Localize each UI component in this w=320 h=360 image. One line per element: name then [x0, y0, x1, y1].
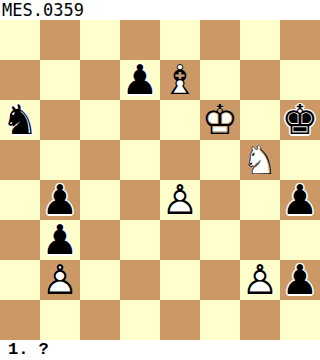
- white-bishop: ♗: [160, 60, 200, 100]
- black-king: ♚: [280, 100, 320, 140]
- square-e1[interactable]: [160, 300, 200, 340]
- square-e8[interactable]: [160, 20, 200, 60]
- square-b6[interactable]: [40, 100, 80, 140]
- square-d8[interactable]: [120, 20, 160, 60]
- square-a7[interactable]: [0, 60, 40, 100]
- black-knight: ♞: [0, 100, 40, 140]
- black-pawn: ♟: [120, 60, 160, 100]
- square-e5[interactable]: [160, 140, 200, 180]
- chess-board: ♟♝♗♞♚♔♚♞♘♟♟♙♟♟♟♙♟♙♟: [0, 20, 320, 340]
- square-d2[interactable]: [120, 260, 160, 300]
- square-c1[interactable]: [80, 300, 120, 340]
- black-pawn: ♟: [280, 260, 320, 300]
- square-f7[interactable]: [200, 60, 240, 100]
- square-c2[interactable]: [80, 260, 120, 300]
- square-a3[interactable]: [0, 220, 40, 260]
- square-c7[interactable]: [80, 60, 120, 100]
- square-d5[interactable]: [120, 140, 160, 180]
- square-f8[interactable]: [200, 20, 240, 60]
- square-b3[interactable]: ♟: [40, 220, 80, 260]
- square-h6[interactable]: ♚: [280, 100, 320, 140]
- black-pawn: ♟: [40, 220, 80, 260]
- square-g8[interactable]: [240, 20, 280, 60]
- square-g4[interactable]: [240, 180, 280, 220]
- square-h8[interactable]: [280, 20, 320, 60]
- square-e2[interactable]: [160, 260, 200, 300]
- black-pawn: ♟: [280, 180, 320, 220]
- square-b5[interactable]: [40, 140, 80, 180]
- square-f6[interactable]: ♚♔: [200, 100, 240, 140]
- square-f2[interactable]: [200, 260, 240, 300]
- square-b7[interactable]: [40, 60, 80, 100]
- square-c4[interactable]: [80, 180, 120, 220]
- black-pawn: ♟: [40, 180, 80, 220]
- square-a6[interactable]: ♞: [0, 100, 40, 140]
- square-e3[interactable]: [160, 220, 200, 260]
- square-b1[interactable]: [40, 300, 80, 340]
- square-e4[interactable]: ♟♙: [160, 180, 200, 220]
- white-pawn-fill: ♟: [240, 260, 280, 300]
- square-h5[interactable]: [280, 140, 320, 180]
- square-h2[interactable]: ♟: [280, 260, 320, 300]
- square-a4[interactable]: [0, 180, 40, 220]
- square-e6[interactable]: [160, 100, 200, 140]
- title-bar: MES.0359: [0, 0, 320, 20]
- square-b4[interactable]: ♟: [40, 180, 80, 220]
- square-f5[interactable]: [200, 140, 240, 180]
- square-a2[interactable]: [0, 260, 40, 300]
- white-knight-fill: ♞: [240, 140, 280, 180]
- white-pawn-fill: ♟: [40, 260, 80, 300]
- square-c6[interactable]: [80, 100, 120, 140]
- white-knight: ♘: [240, 140, 280, 180]
- square-c5[interactable]: [80, 140, 120, 180]
- square-a8[interactable]: [0, 20, 40, 60]
- square-b2[interactable]: ♟♙: [40, 260, 80, 300]
- square-g6[interactable]: [240, 100, 280, 140]
- square-d6[interactable]: [120, 100, 160, 140]
- square-d7[interactable]: ♟: [120, 60, 160, 100]
- square-d4[interactable]: [120, 180, 160, 220]
- square-g7[interactable]: [240, 60, 280, 100]
- square-d3[interactable]: [120, 220, 160, 260]
- square-d1[interactable]: [120, 300, 160, 340]
- square-c3[interactable]: [80, 220, 120, 260]
- move-prompt: 1. ?: [8, 340, 49, 360]
- white-pawn: ♙: [240, 260, 280, 300]
- square-h3[interactable]: [280, 220, 320, 260]
- square-g5[interactable]: ♞♘: [240, 140, 280, 180]
- square-h7[interactable]: [280, 60, 320, 100]
- square-b8[interactable]: [40, 20, 80, 60]
- square-c8[interactable]: [80, 20, 120, 60]
- white-king-fill: ♚: [200, 100, 240, 140]
- square-g1[interactable]: [240, 300, 280, 340]
- white-king: ♔: [200, 100, 240, 140]
- white-pawn: ♙: [160, 180, 200, 220]
- white-bishop-fill: ♝: [160, 60, 200, 100]
- square-a5[interactable]: [0, 140, 40, 180]
- square-e7[interactable]: ♝♗: [160, 60, 200, 100]
- prompt-bar: 1. ?: [0, 340, 320, 360]
- square-h4[interactable]: ♟: [280, 180, 320, 220]
- white-pawn-fill: ♟: [160, 180, 200, 220]
- square-h1[interactable]: [280, 300, 320, 340]
- square-f3[interactable]: [200, 220, 240, 260]
- square-g2[interactable]: ♟♙: [240, 260, 280, 300]
- square-f4[interactable]: [200, 180, 240, 220]
- square-a1[interactable]: [0, 300, 40, 340]
- chess-diagram: MES.0359 ♟♝♗♞♚♔♚♞♘♟♟♙♟♟♟♙♟♙♟ 1. ?: [0, 0, 320, 360]
- white-pawn: ♙: [40, 260, 80, 300]
- square-g3[interactable]: [240, 220, 280, 260]
- square-f1[interactable]: [200, 300, 240, 340]
- puzzle-id: MES.0359: [2, 0, 84, 20]
